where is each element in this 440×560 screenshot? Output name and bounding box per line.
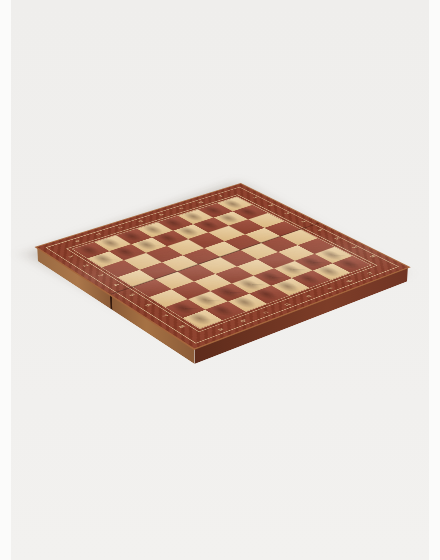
scene-3d: 12345678 12345678 hgfedcba hgfedcba ♜♟♟♜… xyxy=(0,0,440,560)
chessboard: 12345678 12345678 hgfedcba hgfedcba ♜♟♟♜… xyxy=(34,183,410,350)
square-a8: ♜ xyxy=(183,309,223,328)
coordinate-label: 1 xyxy=(58,251,81,263)
coordinate-label: 5 xyxy=(118,289,143,302)
coordinate-label: 2 xyxy=(72,260,95,272)
coordinate-label: 3 xyxy=(274,209,297,219)
coordinate-label: 4 xyxy=(102,279,126,292)
product-photo: 12345678 12345678 hgfedcba hgfedcba ♜♟♟♜… xyxy=(0,0,440,560)
coordinate-label: 3 xyxy=(87,270,111,282)
